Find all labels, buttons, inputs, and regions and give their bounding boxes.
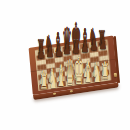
white-rook[interactable]: ♜: [101, 61, 110, 83]
black-pawn[interactable]: ♟: [37, 45, 45, 63]
chess-set-product-photo: ♜♞♝♛♚♝♞♜♟♟♟♟♟♟♟♟♟♟♟♟♟♟♟♟♜♞♝♛♚♝♞♜: [0, 0, 130, 130]
black-pawn[interactable]: ♟: [99, 35, 107, 53]
white-bishop[interactable]: ♝: [83, 57, 93, 87]
black-pawn[interactable]: ♟: [46, 43, 54, 61]
black-pawn[interactable]: ♟: [55, 42, 63, 60]
white-rook[interactable]: ♜: [39, 70, 48, 92]
black-pawn[interactable]: ♟: [90, 37, 98, 55]
